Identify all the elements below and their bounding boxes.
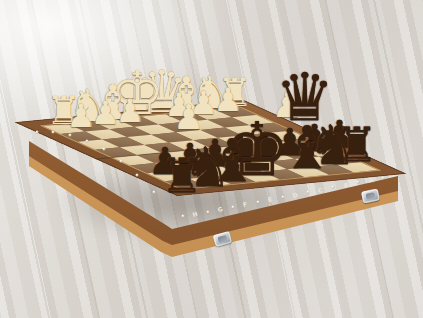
frame-inlay-dot: [331, 186, 334, 189]
frame-inlay-dot: [136, 173, 139, 176]
frame-inlay-dot: [256, 200, 259, 203]
frame-inlay-dot: [35, 131, 38, 134]
frame-inlay-dot: [85, 139, 88, 142]
frame-inlay-dot: [206, 210, 209, 213]
frame-inlay-dot: [102, 148, 105, 151]
frame-inlay-dot: [382, 176, 385, 179]
frame-inlay-dot: [119, 159, 122, 162]
piece-white-pawn-h2: ♟: [66, 100, 95, 132]
frame-inlay-dot: [181, 215, 184, 218]
frame-inlay-dot: [231, 205, 234, 208]
photo-chess-scene: ♜♞♟♝♟♛♟♟♚♝♟♞♟♛♜♟♟♟♟♟♟♜♟♞♟♝♟♟♚♝♞♜ABCDEFGH: [0, 0, 423, 318]
piece-black-rook-h8: ♜: [161, 152, 203, 199]
frame-inlay-dot: [153, 190, 156, 193]
frame-inlay-dot: [357, 181, 360, 184]
file-label-b: B: [342, 181, 348, 189]
frame-inlay-dot: [306, 191, 309, 194]
piece-white-pawn-e4: ♟: [173, 100, 204, 134]
frame-inlay-dot: [281, 195, 284, 198]
file-label-a: A: [368, 176, 374, 184]
